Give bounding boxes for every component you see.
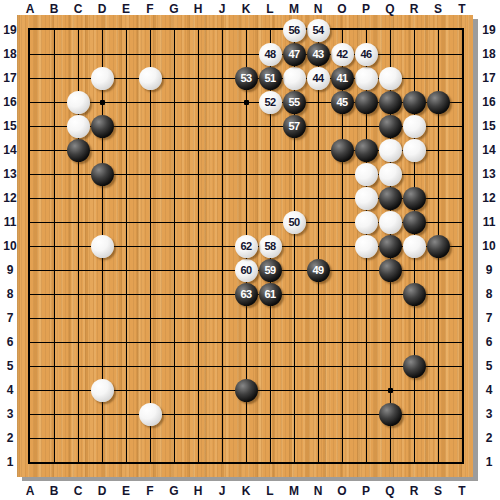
- stone-O14[interactable]: [331, 139, 354, 162]
- column-label-top: E: [114, 1, 138, 17]
- stone-L18[interactable]: 48: [259, 43, 282, 66]
- stone-L17[interactable]: 51: [259, 67, 282, 90]
- stone-R16[interactable]: [403, 91, 426, 114]
- stone-Q16[interactable]: [379, 91, 402, 114]
- stone-K9[interactable]: 60: [235, 259, 258, 282]
- column-label-top: D: [90, 1, 114, 17]
- row-label-right: 7: [478, 310, 500, 326]
- stone-R11[interactable]: [403, 211, 426, 234]
- column-label-bottom: R: [402, 483, 426, 499]
- stone-D13[interactable]: [91, 163, 114, 186]
- stone-Q12[interactable]: [379, 187, 402, 210]
- row-label-left: 14: [0, 142, 20, 158]
- column-label-bottom: J: [210, 483, 234, 499]
- move-number: 51: [264, 67, 275, 90]
- stone-Q13[interactable]: [379, 163, 402, 186]
- stone-S16[interactable]: [427, 91, 450, 114]
- row-label-left: 9: [0, 262, 20, 278]
- move-number: 44: [312, 67, 323, 90]
- stone-Q10[interactable]: [379, 235, 402, 258]
- column-label-bottom: G: [162, 483, 186, 499]
- row-label-left: 6: [0, 334, 20, 350]
- row-label-right: 8: [478, 286, 500, 302]
- stone-O17[interactable]: 41: [331, 67, 354, 90]
- stone-M17[interactable]: [283, 67, 306, 90]
- row-label-right: 9: [478, 262, 500, 278]
- stone-P13[interactable]: [355, 163, 378, 186]
- move-number: 48: [264, 43, 275, 66]
- stone-R14[interactable]: [403, 139, 426, 162]
- move-number: 47: [288, 43, 299, 66]
- stone-L8[interactable]: 61: [259, 283, 282, 306]
- stone-L9[interactable]: 59: [259, 259, 282, 282]
- stone-F3[interactable]: [139, 403, 162, 426]
- column-label-bottom: K: [234, 483, 258, 499]
- column-label-bottom: P: [354, 483, 378, 499]
- grid-line-horizontal: [30, 318, 463, 319]
- row-label-right: 1: [478, 454, 500, 470]
- column-label-bottom: T: [450, 483, 474, 499]
- move-number: 63: [240, 283, 251, 306]
- grid-line-horizontal: [30, 438, 463, 439]
- row-label-left: 17: [0, 70, 20, 86]
- row-label-left: 4: [0, 382, 20, 398]
- row-label-left: 15: [0, 118, 20, 134]
- stone-Q14[interactable]: [379, 139, 402, 162]
- column-label-top: C: [66, 1, 90, 17]
- row-label-left: 19: [0, 22, 20, 38]
- stone-O16[interactable]: 45: [331, 91, 354, 114]
- column-label-top: M: [282, 1, 306, 17]
- column-label-bottom: C: [66, 483, 90, 499]
- hoshi-point: [388, 388, 393, 393]
- column-label-top: P: [354, 1, 378, 17]
- grid-line-horizontal: [30, 366, 463, 367]
- row-label-right: 14: [478, 142, 500, 158]
- stone-R5[interactable]: [403, 355, 426, 378]
- row-label-left: 5: [0, 358, 20, 374]
- stone-D10[interactable]: [91, 235, 114, 258]
- column-label-top: K: [234, 1, 258, 17]
- column-label-bottom: A: [18, 483, 42, 499]
- row-label-right: 13: [478, 166, 500, 182]
- stone-Q17[interactable]: [379, 67, 402, 90]
- column-label-top: O: [330, 1, 354, 17]
- column-label-bottom: F: [138, 483, 162, 499]
- row-label-right: 10: [478, 238, 500, 254]
- move-number: 55: [288, 91, 299, 114]
- grid-line-horizontal: [30, 342, 463, 343]
- stone-S10[interactable]: [427, 235, 450, 258]
- stone-N19[interactable]: 54: [307, 19, 330, 42]
- row-label-right: 19: [478, 22, 500, 38]
- row-label-left: 12: [0, 190, 20, 206]
- move-number: 57: [288, 115, 299, 138]
- move-number: 52: [264, 91, 275, 114]
- move-number: 43: [312, 43, 323, 66]
- row-label-left: 18: [0, 46, 20, 62]
- stone-P16[interactable]: [355, 91, 378, 114]
- stone-C15[interactable]: [67, 115, 90, 138]
- column-label-bottom: B: [42, 483, 66, 499]
- move-number: 49: [312, 259, 323, 282]
- row-label-left: 13: [0, 166, 20, 182]
- move-number: 50: [288, 211, 299, 234]
- stone-P10[interactable]: [355, 235, 378, 258]
- column-label-bottom: S: [426, 483, 450, 499]
- column-label-bottom: H: [186, 483, 210, 499]
- row-label-right: 15: [478, 118, 500, 134]
- stone-P12[interactable]: [355, 187, 378, 210]
- go-board-diagram: AABBCCDDEEFFGGHHJJKKLLMMNNOOPPQQRRSSTT19…: [0, 0, 500, 500]
- row-label-left: 2: [0, 430, 20, 446]
- move-number: 61: [264, 283, 275, 306]
- row-label-left: 1: [0, 454, 20, 470]
- stone-R10[interactable]: [403, 235, 426, 258]
- row-label-left: 16: [0, 94, 20, 110]
- stone-N9[interactable]: 49: [307, 259, 330, 282]
- move-number: 62: [240, 235, 251, 258]
- stone-M11[interactable]: 50: [283, 211, 306, 234]
- row-label-right: 3: [478, 406, 500, 422]
- stone-Q3[interactable]: [379, 403, 402, 426]
- column-label-bottom: L: [258, 483, 282, 499]
- column-label-bottom: N: [306, 483, 330, 499]
- row-label-left: 7: [0, 310, 20, 326]
- stone-C14[interactable]: [67, 139, 90, 162]
- column-label-top: N: [306, 1, 330, 17]
- move-number: 45: [336, 91, 347, 114]
- stone-R12[interactable]: [403, 187, 426, 210]
- row-label-right: 11: [478, 214, 500, 230]
- grid-line-vertical: [318, 30, 319, 463]
- row-label-right: 18: [478, 46, 500, 62]
- stone-K8[interactable]: 63: [235, 283, 258, 306]
- row-label-right: 4: [478, 382, 500, 398]
- row-label-left: 11: [0, 214, 20, 230]
- column-label-top: F: [138, 1, 162, 17]
- column-label-top: J: [210, 1, 234, 17]
- row-label-right: 12: [478, 190, 500, 206]
- move-number: 58: [264, 235, 275, 258]
- row-label-left: 8: [0, 286, 20, 302]
- column-label-top: Q: [378, 1, 402, 17]
- move-number: 41: [336, 67, 347, 90]
- move-number: 56: [288, 19, 299, 42]
- stone-R15[interactable]: [403, 115, 426, 138]
- column-label-top: B: [42, 1, 66, 17]
- stone-Q15[interactable]: [379, 115, 402, 138]
- stone-C16[interactable]: [67, 91, 90, 114]
- stone-P11[interactable]: [355, 211, 378, 234]
- stone-N18[interactable]: 43: [307, 43, 330, 66]
- stone-F17[interactable]: [139, 67, 162, 90]
- stone-L10[interactable]: 58: [259, 235, 282, 258]
- row-label-left: 3: [0, 406, 20, 422]
- stone-P14[interactable]: [355, 139, 378, 162]
- stone-D4[interactable]: [91, 379, 114, 402]
- stone-D15[interactable]: [91, 115, 114, 138]
- stone-Q9[interactable]: [379, 259, 402, 282]
- hoshi-point: [100, 100, 105, 105]
- stone-K10[interactable]: 62: [235, 235, 258, 258]
- move-number: 42: [336, 43, 347, 66]
- column-label-top: T: [450, 1, 474, 17]
- column-label-top: S: [426, 1, 450, 17]
- row-label-left: 10: [0, 238, 20, 254]
- row-label-right: 16: [478, 94, 500, 110]
- column-label-top: R: [402, 1, 426, 17]
- stone-K17[interactable]: 53: [235, 67, 258, 90]
- column-label-top: L: [258, 1, 282, 17]
- stone-M16[interactable]: 55: [283, 91, 306, 114]
- stone-L16[interactable]: 52: [259, 91, 282, 114]
- row-label-right: 6: [478, 334, 500, 350]
- column-label-bottom: D: [90, 483, 114, 499]
- stone-M19[interactable]: 56: [283, 19, 306, 42]
- stone-P17[interactable]: [355, 67, 378, 90]
- hoshi-point: [244, 100, 249, 105]
- move-number: 59: [264, 259, 275, 282]
- move-number: 46: [360, 43, 371, 66]
- move-number: 54: [312, 19, 323, 42]
- row-label-right: 2: [478, 430, 500, 446]
- row-label-right: 5: [478, 358, 500, 374]
- stone-P18[interactable]: 46: [355, 43, 378, 66]
- stone-Q11[interactable]: [379, 211, 402, 234]
- move-number: 60: [240, 259, 251, 282]
- column-label-bottom: M: [282, 483, 306, 499]
- stone-M15[interactable]: 57: [283, 115, 306, 138]
- column-label-top: G: [162, 1, 186, 17]
- column-label-bottom: E: [114, 483, 138, 499]
- stone-R8[interactable]: [403, 283, 426, 306]
- column-label-top: H: [186, 1, 210, 17]
- stone-K4[interactable]: [235, 379, 258, 402]
- move-number: 53: [240, 67, 251, 90]
- stone-D17[interactable]: [91, 67, 114, 90]
- row-label-right: 17: [478, 70, 500, 86]
- column-label-top: A: [18, 1, 42, 17]
- stone-O18[interactable]: 42: [331, 43, 354, 66]
- stone-N17[interactable]: 44: [307, 67, 330, 90]
- column-label-bottom: Q: [378, 483, 402, 499]
- stone-M18[interactable]: 47: [283, 43, 306, 66]
- column-label-bottom: O: [330, 483, 354, 499]
